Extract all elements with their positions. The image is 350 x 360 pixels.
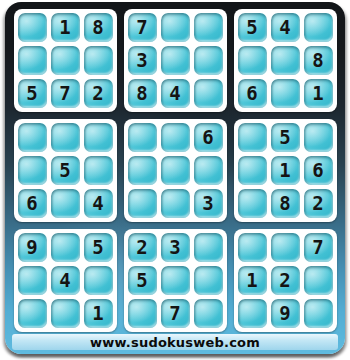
cell-r7c4[interactable]: 2	[128, 233, 157, 262]
cell-r2c3[interactable]	[84, 46, 113, 75]
cell-r3c7[interactable]: 6	[238, 79, 267, 108]
cell-r1c3[interactable]: 8	[84, 13, 113, 42]
sudoku-board: 185727384548615646351682954123577129 www…	[5, 2, 345, 354]
cell-r8c4[interactable]: 5	[128, 266, 157, 295]
cell-r4c1[interactable]	[18, 123, 47, 152]
cell-r5c8[interactable]: 1	[271, 156, 300, 185]
cell-r9c4[interactable]	[128, 299, 157, 328]
cell-r3c4[interactable]: 8	[128, 79, 157, 108]
cell-r8c9[interactable]	[304, 266, 333, 295]
block-1: 18572	[14, 9, 117, 112]
cell-r3c5[interactable]: 4	[161, 79, 190, 108]
cell-r4c6[interactable]: 6	[194, 123, 223, 152]
cell-r8c5[interactable]	[161, 266, 190, 295]
cell-r8c7[interactable]: 1	[238, 266, 267, 295]
block-8: 2357	[124, 229, 227, 332]
cell-r2c6[interactable]	[194, 46, 223, 75]
cell-r9c7[interactable]	[238, 299, 267, 328]
cell-r5c6[interactable]	[194, 156, 223, 185]
cell-r3c8[interactable]	[271, 79, 300, 108]
cell-r2c4[interactable]: 3	[128, 46, 157, 75]
cell-r6c2[interactable]	[51, 189, 80, 218]
block-4: 564	[14, 119, 117, 222]
page: 185727384548615646351682954123577129 www…	[0, 0, 350, 360]
sudoku-grid: 185727384548615646351682954123577129	[14, 9, 337, 332]
cell-r7c2[interactable]	[51, 233, 80, 262]
cell-r3c1[interactable]: 5	[18, 79, 47, 108]
cell-r6c3[interactable]: 4	[84, 189, 113, 218]
cell-r2c7[interactable]	[238, 46, 267, 75]
cell-r9c8[interactable]: 9	[271, 299, 300, 328]
cell-r6c6[interactable]: 3	[194, 189, 223, 218]
cell-r4c8[interactable]: 5	[271, 123, 300, 152]
cell-r6c4[interactable]	[128, 189, 157, 218]
cell-r2c1[interactable]	[18, 46, 47, 75]
cell-r1c9[interactable]	[304, 13, 333, 42]
cell-r6c8[interactable]: 8	[271, 189, 300, 218]
cell-r5c7[interactable]	[238, 156, 267, 185]
cell-r7c3[interactable]: 5	[84, 233, 113, 262]
cell-r8c3[interactable]	[84, 266, 113, 295]
cell-r1c8[interactable]: 4	[271, 13, 300, 42]
cell-r1c6[interactable]	[194, 13, 223, 42]
cell-r8c6[interactable]	[194, 266, 223, 295]
cell-r9c5[interactable]: 7	[161, 299, 190, 328]
cell-r7c6[interactable]	[194, 233, 223, 262]
cell-r6c7[interactable]	[238, 189, 267, 218]
cell-r8c1[interactable]	[18, 266, 47, 295]
cell-r3c2[interactable]: 7	[51, 79, 80, 108]
cell-r3c9[interactable]: 1	[304, 79, 333, 108]
cell-r1c5[interactable]	[161, 13, 190, 42]
block-5: 63	[124, 119, 227, 222]
cell-r2c8[interactable]	[271, 46, 300, 75]
cell-r1c2[interactable]: 1	[51, 13, 80, 42]
cell-r3c6[interactable]	[194, 79, 223, 108]
cell-r2c9[interactable]: 8	[304, 46, 333, 75]
cell-r7c5[interactable]: 3	[161, 233, 190, 262]
cell-r7c7[interactable]	[238, 233, 267, 262]
cell-r4c4[interactable]	[128, 123, 157, 152]
cell-r2c2[interactable]	[51, 46, 80, 75]
cell-r6c9[interactable]: 2	[304, 189, 333, 218]
cell-r4c9[interactable]	[304, 123, 333, 152]
cell-r9c3[interactable]: 1	[84, 299, 113, 328]
cell-r9c6[interactable]	[194, 299, 223, 328]
cell-r5c1[interactable]	[18, 156, 47, 185]
cell-r8c2[interactable]: 4	[51, 266, 80, 295]
block-7: 9541	[14, 229, 117, 332]
block-9: 7129	[234, 229, 337, 332]
cell-r6c1[interactable]: 6	[18, 189, 47, 218]
cell-r4c2[interactable]	[51, 123, 80, 152]
block-6: 51682	[234, 119, 337, 222]
block-3: 54861	[234, 9, 337, 112]
footer-band: www.sudokusweb.com	[12, 334, 338, 350]
cell-r7c8[interactable]	[271, 233, 300, 262]
cell-r4c7[interactable]	[238, 123, 267, 152]
cell-r1c4[interactable]: 7	[128, 13, 157, 42]
cell-r5c3[interactable]	[84, 156, 113, 185]
cell-r1c7[interactable]: 5	[238, 13, 267, 42]
cell-r7c1[interactable]: 9	[18, 233, 47, 262]
cell-r2c5[interactable]	[161, 46, 190, 75]
cell-r3c3[interactable]: 2	[84, 79, 113, 108]
cell-r9c2[interactable]	[51, 299, 80, 328]
cell-r1c1[interactable]	[18, 13, 47, 42]
cell-r5c9[interactable]: 6	[304, 156, 333, 185]
website-url[interactable]: www.sudokusweb.com	[90, 335, 260, 350]
cell-r5c2[interactable]: 5	[51, 156, 80, 185]
cell-r4c3[interactable]	[84, 123, 113, 152]
cell-r5c5[interactable]	[161, 156, 190, 185]
cell-r4c5[interactable]	[161, 123, 190, 152]
cell-r8c8[interactable]: 2	[271, 266, 300, 295]
cell-r7c9[interactable]: 7	[304, 233, 333, 262]
block-2: 7384	[124, 9, 227, 112]
cell-r6c5[interactable]	[161, 189, 190, 218]
cell-r9c9[interactable]	[304, 299, 333, 328]
cell-r5c4[interactable]	[128, 156, 157, 185]
cell-r9c1[interactable]	[18, 299, 47, 328]
